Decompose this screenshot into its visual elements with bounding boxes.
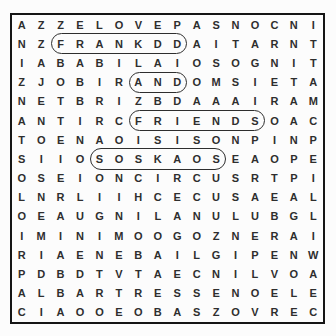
grid-cell: O xyxy=(12,169,31,188)
grid-cell: G xyxy=(245,53,264,72)
grid-cell: A xyxy=(304,73,323,92)
grid-cell: U xyxy=(70,207,89,226)
grid-cell: E xyxy=(168,264,187,283)
grid-cell: N xyxy=(31,188,50,207)
grid-cell: N xyxy=(284,15,303,34)
grid-cell: D xyxy=(168,92,187,111)
grid-cell: C xyxy=(148,188,167,207)
grid-cell: C xyxy=(109,111,128,130)
grid-cell: S xyxy=(245,111,264,130)
grid-cell: I xyxy=(304,15,323,34)
grid-cell: I xyxy=(90,226,109,245)
grid-cell: R xyxy=(90,92,109,111)
grid-cell: O xyxy=(12,207,31,226)
grid-cell: S xyxy=(206,15,225,34)
grid-cell: L xyxy=(148,207,167,226)
grid-cell: A xyxy=(129,73,148,92)
grid-cell: I xyxy=(304,169,323,188)
grid-cell: T xyxy=(304,34,323,53)
grid-cell: R xyxy=(51,188,70,207)
grid-cell: D xyxy=(70,264,89,283)
grid-cell: I xyxy=(168,53,187,72)
grid-cell: B xyxy=(90,53,109,72)
grid-cell: O xyxy=(245,284,264,303)
grid-cell: T xyxy=(51,92,70,111)
grid-cell: A xyxy=(245,34,264,53)
grid-cell: R xyxy=(129,284,148,303)
grid-cell: I xyxy=(265,130,284,149)
grid-cell: E xyxy=(51,130,70,149)
grid-cell: L xyxy=(284,284,303,303)
grid-cell: I xyxy=(12,226,31,245)
grid-cell: E xyxy=(265,73,284,92)
grid-cell: O xyxy=(206,130,225,149)
grid-cell: B xyxy=(148,303,167,322)
grid-cell: R xyxy=(148,111,167,130)
grid-cell: R xyxy=(70,34,89,53)
grid-cell: K xyxy=(148,149,167,168)
grid-cell: R xyxy=(245,169,264,188)
grid-cell: O xyxy=(187,149,206,168)
grid-cell: R xyxy=(265,92,284,111)
grid-cell: O xyxy=(31,130,50,149)
grid-cell: A xyxy=(148,53,167,72)
grid-cell: Z xyxy=(31,34,50,53)
grid-cell: I xyxy=(168,111,187,130)
grid-cell: I xyxy=(109,188,128,207)
grid-cell: A xyxy=(168,207,187,226)
grid-cell: A xyxy=(12,284,31,303)
grid-cell: I xyxy=(31,149,50,168)
grid-cell: O xyxy=(90,169,109,188)
grid-cell: A xyxy=(51,245,70,264)
grid-cell: Z xyxy=(51,15,70,34)
grid-cell: F xyxy=(129,111,148,130)
grid-cell: N xyxy=(70,226,89,245)
grid-cell: N xyxy=(226,226,245,245)
grid-cell: N xyxy=(109,169,128,188)
grid-cell: I xyxy=(70,111,89,130)
grid-cell: A xyxy=(51,303,70,322)
grid-cell: B xyxy=(51,264,70,283)
grid-cell: A xyxy=(51,207,70,226)
grid-cell: N xyxy=(109,207,128,226)
grid-cell: C xyxy=(187,169,206,188)
grid-cell: A xyxy=(168,303,187,322)
grid-cell: A xyxy=(12,111,31,130)
grid-cell: P xyxy=(304,130,323,149)
grid-cell: I xyxy=(129,130,148,149)
grid-cell: E xyxy=(284,303,303,322)
grid-cell: I xyxy=(304,226,323,245)
grid-cell: D xyxy=(148,34,167,53)
grid-cell: A xyxy=(187,34,206,53)
grid-cell: S xyxy=(187,284,206,303)
grid-cell: Z xyxy=(206,303,225,322)
grid-cell: L xyxy=(187,245,206,264)
grid-cell: C xyxy=(187,188,206,207)
grid-cell: M xyxy=(304,92,323,111)
grid-cell: V xyxy=(265,264,284,283)
grid-cell: A xyxy=(90,130,109,149)
grid-cell: E xyxy=(265,188,284,207)
grid-cell: N xyxy=(284,245,303,264)
grid-cell: S xyxy=(206,53,225,72)
grid-cell: O xyxy=(265,149,284,168)
grid-cell: E xyxy=(70,245,89,264)
grid-cell: C xyxy=(129,169,148,188)
grid-cell: I xyxy=(168,130,187,149)
grid-cell: E xyxy=(265,245,284,264)
grid-cell: A xyxy=(226,92,245,111)
grid-cell: A xyxy=(284,92,303,111)
grid-cell: E xyxy=(226,149,245,168)
grid-cell: S xyxy=(206,149,225,168)
grid-cell: O xyxy=(148,226,167,245)
grid-cell: L xyxy=(226,207,245,226)
grid-cell: L xyxy=(304,188,323,207)
grid-cell: I xyxy=(226,245,245,264)
grid-cell: U xyxy=(206,188,225,207)
grid-cell: I xyxy=(226,264,245,283)
grid-cell: E xyxy=(304,149,323,168)
grid-cell: R xyxy=(90,284,109,303)
grid-cell: S xyxy=(129,149,148,168)
grid-cell: S xyxy=(226,169,245,188)
grid-cell: B xyxy=(70,92,89,111)
grid-cell: O xyxy=(265,111,284,130)
grid-cell: I xyxy=(109,53,128,72)
grid-cell: A xyxy=(90,34,109,53)
grid-cell: O xyxy=(187,73,206,92)
grid-cell: B xyxy=(70,73,89,92)
grid-cell: Z xyxy=(206,226,225,245)
grid-cell: P xyxy=(284,149,303,168)
grid-cell: A xyxy=(304,264,323,283)
grid-cell: N xyxy=(226,15,245,34)
grid-cell: B xyxy=(51,284,70,303)
grid-cell: U xyxy=(245,207,264,226)
grid-cell: S xyxy=(168,284,187,303)
grid-cell: C xyxy=(304,303,323,322)
grid-cell: O xyxy=(129,226,148,245)
grid-cell: M xyxy=(206,73,225,92)
grid-cell: N xyxy=(109,34,128,53)
grid-cell: N xyxy=(226,284,245,303)
grid-cell: B xyxy=(129,245,148,264)
grid-cell: O xyxy=(70,149,89,168)
grid-cell: P xyxy=(284,169,303,188)
grid-cell: I xyxy=(245,73,264,92)
grid-cell: E xyxy=(148,284,167,303)
grid-cell: I xyxy=(31,303,50,322)
grid-cell: O xyxy=(245,15,264,34)
grid-cell: D xyxy=(226,111,245,130)
grid-cell: I xyxy=(206,34,225,53)
grid-cell: E xyxy=(265,284,284,303)
grid-cell: I xyxy=(12,53,31,72)
grid-cell: A xyxy=(12,15,31,34)
grid-cell: D xyxy=(168,34,187,53)
grid-cell: A xyxy=(148,264,167,283)
grid-cell: O xyxy=(129,303,148,322)
grid-cell: N xyxy=(90,245,109,264)
grid-cell: T xyxy=(12,130,31,149)
grid-cell: R xyxy=(265,226,284,245)
grid-cell: N xyxy=(12,34,31,53)
grid-cell: A xyxy=(284,226,303,245)
grid-cell: I xyxy=(90,73,109,92)
grid-cell: N xyxy=(284,130,303,149)
grid-cell: C xyxy=(304,111,323,130)
grid-cell: R xyxy=(109,73,128,92)
grid-cell: L xyxy=(304,207,323,226)
grid-cell: I xyxy=(148,169,167,188)
grid-cell: I xyxy=(245,92,264,111)
grid-cell: A xyxy=(245,149,264,168)
grid-cell: T xyxy=(226,34,245,53)
grid-cell: I xyxy=(70,169,89,188)
grid-cell: A xyxy=(168,149,187,168)
grid-cell: O xyxy=(187,226,206,245)
grid-cell: P xyxy=(245,245,264,264)
grid-cell: E xyxy=(168,188,187,207)
grid-cell: C xyxy=(187,264,206,283)
grid-cell: A xyxy=(284,111,303,130)
grid-cell: A xyxy=(70,284,89,303)
grid-cell: S xyxy=(226,188,245,207)
grid-cell: P xyxy=(245,130,264,149)
grid-cell: O xyxy=(109,149,128,168)
grid-cell: I xyxy=(129,207,148,226)
grid-cell: E xyxy=(148,15,167,34)
grid-cell: L xyxy=(70,188,89,207)
grid-cell: T xyxy=(129,264,148,283)
grid-cell: S xyxy=(187,303,206,322)
grid-cell: L xyxy=(31,284,50,303)
grid-cell: D xyxy=(31,264,50,283)
grid-cell: T xyxy=(265,169,284,188)
grid-cell: N xyxy=(226,130,245,149)
grid-cell: S xyxy=(226,73,245,92)
grid-cell: L xyxy=(245,264,264,283)
grid-cell: N xyxy=(70,130,89,149)
grid-cell: O xyxy=(90,303,109,322)
grid-cell: N xyxy=(206,111,225,130)
grid-cell: E xyxy=(187,111,206,130)
grid-cell: O xyxy=(284,264,303,283)
grid-cell: P xyxy=(168,15,187,34)
grid-cell: O xyxy=(109,15,128,34)
grid-cell: P xyxy=(12,264,31,283)
grid-cell: T xyxy=(304,53,323,72)
grid-cell: N xyxy=(187,207,206,226)
grid-cell: E xyxy=(31,207,50,226)
grid-cell: H xyxy=(129,188,148,207)
word-search-board: AZZELOVEPASNOCNINZFRANKDDAITARNTIABABILA… xyxy=(10,13,325,324)
grid-cell: N xyxy=(12,92,31,111)
grid-cell: N xyxy=(148,73,167,92)
grid-cell: C xyxy=(12,303,31,322)
grid-cell: A xyxy=(148,245,167,264)
grid-cell: K xyxy=(129,34,148,53)
grid-cell: S xyxy=(90,149,109,168)
grid-cell: A xyxy=(70,53,89,72)
grid-cell: R xyxy=(265,34,284,53)
grid-cell: O xyxy=(109,130,128,149)
grid-cell: E xyxy=(206,284,225,303)
grid-cell: E xyxy=(245,226,264,245)
grid-cell: D xyxy=(168,73,187,92)
grid-cell: M xyxy=(31,226,50,245)
grid-cell: B xyxy=(51,53,70,72)
grid-cell: A xyxy=(187,92,206,111)
grid-cell: E xyxy=(109,303,128,322)
grid-cell: R xyxy=(168,169,187,188)
grid-cell: T xyxy=(109,284,128,303)
grid-cell: R xyxy=(265,303,284,322)
grid-cell: V xyxy=(129,15,148,34)
grid-cell: Z xyxy=(31,15,50,34)
grid-cell: G xyxy=(168,226,187,245)
grid-cell: O xyxy=(226,303,245,322)
grid-cell: V xyxy=(109,264,128,283)
grid-cell: W xyxy=(304,245,323,264)
grid-cell: G xyxy=(206,245,225,264)
grid-cell: Z xyxy=(12,73,31,92)
grid-cell: L xyxy=(90,15,109,34)
grid-cell: I xyxy=(90,188,109,207)
grid-cell: E xyxy=(70,15,89,34)
grid-cell: G xyxy=(284,207,303,226)
grid-cell: M xyxy=(109,226,128,245)
grid-cell: E xyxy=(31,92,50,111)
grid-cell: T xyxy=(90,264,109,283)
grid-cell: J xyxy=(31,73,50,92)
grid-cell: A xyxy=(284,188,303,207)
grid-cell: L xyxy=(12,188,31,207)
grid-cell: I xyxy=(31,245,50,264)
grid-cell: G xyxy=(90,207,109,226)
grid-cell: E xyxy=(109,245,128,264)
grid-cell: B xyxy=(265,207,284,226)
grid-cell: T xyxy=(51,111,70,130)
grid-cell: E xyxy=(304,284,323,303)
grid-cell: A xyxy=(31,53,50,72)
grid-cell: U xyxy=(206,207,225,226)
grid-cell: N xyxy=(284,34,303,53)
grid-cell: E xyxy=(51,169,70,188)
grid-cell: I xyxy=(109,92,128,111)
grid-cell: I xyxy=(168,245,187,264)
grid-cell: S xyxy=(148,130,167,149)
grid-cell: N xyxy=(206,264,225,283)
grid-cell: I xyxy=(51,226,70,245)
grid-cell: A xyxy=(206,92,225,111)
grid-cell: I xyxy=(51,149,70,168)
grid-cell: O xyxy=(226,53,245,72)
grid-cell: O xyxy=(70,303,89,322)
grid-cell: A xyxy=(187,15,206,34)
grid-cell: V xyxy=(245,303,264,322)
grid-cell: U xyxy=(206,169,225,188)
grid-cell: Z xyxy=(129,92,148,111)
grid-cell: O xyxy=(51,73,70,92)
grid-cell: N xyxy=(265,53,284,72)
grid-cell: S xyxy=(31,169,50,188)
grid-cell: A xyxy=(245,188,264,207)
grid-cell: F xyxy=(51,34,70,53)
grid-cell: R xyxy=(12,245,31,264)
grid-cell: N xyxy=(31,111,50,130)
grid-cell: S xyxy=(12,149,31,168)
grid-cell: T xyxy=(284,73,303,92)
grid-cell: B xyxy=(148,92,167,111)
grid-cell: L xyxy=(129,53,148,72)
grid-cell: O xyxy=(187,53,206,72)
grid-cell: C xyxy=(265,15,284,34)
grid-cell: S xyxy=(187,130,206,149)
grid-cell: R xyxy=(90,111,109,130)
grid-cell: I xyxy=(284,53,303,72)
letter-grid: AZZELOVEPASNOCNINZFRANKDDAITARNTIABABILA… xyxy=(12,15,323,322)
